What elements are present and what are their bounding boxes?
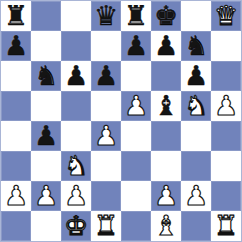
- white-rook-piece[interactable]: ♜: [214, 212, 238, 239]
- square-h1[interactable]: ♜: [211, 211, 241, 241]
- square-d3[interactable]: [91, 151, 121, 181]
- white-pawn-piece[interactable]: ♟: [124, 92, 148, 119]
- square-g7[interactable]: ♞: [181, 31, 211, 61]
- square-c3[interactable]: ♞: [61, 151, 91, 181]
- square-g1[interactable]: [181, 211, 211, 241]
- square-f3[interactable]: [151, 151, 181, 181]
- black-pawn-piece[interactable]: ♟: [124, 32, 148, 59]
- white-pawn-piece[interactable]: ♟: [154, 182, 178, 209]
- white-pawn-piece[interactable]: ♟: [34, 182, 58, 209]
- square-f1[interactable]: ♝: [151, 211, 181, 241]
- square-e8[interactable]: ♜: [121, 1, 151, 31]
- square-e4[interactable]: [121, 121, 151, 151]
- white-rook-piece[interactable]: ♜: [94, 212, 118, 239]
- square-e2[interactable]: [121, 181, 151, 211]
- square-g6[interactable]: ♟: [181, 61, 211, 91]
- square-d7[interactable]: [91, 31, 121, 61]
- black-king-piece[interactable]: ♚: [154, 2, 178, 29]
- square-b3[interactable]: [31, 151, 61, 181]
- black-pawn-piece[interactable]: ♟: [94, 62, 118, 89]
- black-queen-piece[interactable]: ♛: [94, 2, 118, 29]
- square-a5[interactable]: [1, 91, 31, 121]
- square-b1[interactable]: [31, 211, 61, 241]
- square-f7[interactable]: ♟: [151, 31, 181, 61]
- chess-board: ♜♛♜♚♛♟♟♟♞♞♟♟♟♟♝♞♟♟♟♞♟♟♟♟♟♚♜♝♜: [0, 0, 242, 242]
- square-f6[interactable]: [151, 61, 181, 91]
- square-b7[interactable]: [31, 31, 61, 61]
- black-knight-piece[interactable]: ♞: [34, 62, 58, 89]
- square-c1[interactable]: ♚: [61, 211, 91, 241]
- white-pawn-piece[interactable]: ♟: [64, 182, 88, 209]
- square-c2[interactable]: ♟: [61, 181, 91, 211]
- square-g2[interactable]: ♟: [181, 181, 211, 211]
- square-d8[interactable]: ♛: [91, 1, 121, 31]
- square-e5[interactable]: ♟: [121, 91, 151, 121]
- square-f4[interactable]: [151, 121, 181, 151]
- square-d1[interactable]: ♜: [91, 211, 121, 241]
- black-pawn-piece[interactable]: ♟: [34, 122, 58, 149]
- square-e1[interactable]: [121, 211, 151, 241]
- white-pawn-piece[interactable]: ♟: [4, 182, 28, 209]
- square-h3[interactable]: [211, 151, 241, 181]
- square-g8[interactable]: [181, 1, 211, 31]
- square-e7[interactable]: ♟: [121, 31, 151, 61]
- black-pawn-piece[interactable]: ♟: [184, 62, 208, 89]
- white-king-piece[interactable]: ♚: [64, 212, 88, 239]
- black-pawn-piece[interactable]: ♟: [64, 62, 88, 89]
- square-a8[interactable]: ♜: [1, 1, 31, 31]
- square-e6[interactable]: [121, 61, 151, 91]
- square-f8[interactable]: ♚: [151, 1, 181, 31]
- black-bishop-piece[interactable]: ♝: [154, 92, 178, 119]
- square-c8[interactable]: [61, 1, 91, 31]
- square-a2[interactable]: ♟: [1, 181, 31, 211]
- square-a4[interactable]: [1, 121, 31, 151]
- square-d4[interactable]: ♟: [91, 121, 121, 151]
- square-h7[interactable]: [211, 31, 241, 61]
- square-b5[interactable]: [31, 91, 61, 121]
- square-b4[interactable]: ♟: [31, 121, 61, 151]
- square-d6[interactable]: ♟: [91, 61, 121, 91]
- white-queen-piece[interactable]: ♛: [214, 2, 238, 29]
- square-e3[interactable]: [121, 151, 151, 181]
- white-pawn-piece[interactable]: ♟: [184, 182, 208, 209]
- square-h5[interactable]: ♟: [211, 91, 241, 121]
- square-b8[interactable]: [31, 1, 61, 31]
- square-a7[interactable]: ♟: [1, 31, 31, 61]
- square-b6[interactable]: ♞: [31, 61, 61, 91]
- square-d2[interactable]: [91, 181, 121, 211]
- black-knight-piece[interactable]: ♞: [184, 32, 208, 59]
- square-h8[interactable]: ♛: [211, 1, 241, 31]
- white-knight-piece[interactable]: ♞: [64, 152, 88, 179]
- square-f2[interactable]: ♟: [151, 181, 181, 211]
- square-f5[interactable]: ♝: [151, 91, 181, 121]
- square-g5[interactable]: ♞: [181, 91, 211, 121]
- square-d5[interactable]: [91, 91, 121, 121]
- white-knight-piece[interactable]: ♞: [184, 92, 208, 119]
- black-rook-piece[interactable]: ♜: [124, 2, 148, 29]
- square-c4[interactable]: [61, 121, 91, 151]
- square-c6[interactable]: ♟: [61, 61, 91, 91]
- square-c7[interactable]: [61, 31, 91, 61]
- square-h6[interactable]: [211, 61, 241, 91]
- black-pawn-piece[interactable]: ♟: [4, 32, 28, 59]
- black-rook-piece[interactable]: ♜: [4, 2, 28, 29]
- white-bishop-piece[interactable]: ♝: [154, 212, 178, 239]
- square-a1[interactable]: [1, 211, 31, 241]
- white-pawn-piece[interactable]: ♟: [94, 122, 118, 149]
- square-h4[interactable]: [211, 121, 241, 151]
- square-a3[interactable]: [1, 151, 31, 181]
- square-a6[interactable]: [1, 61, 31, 91]
- square-c5[interactable]: [61, 91, 91, 121]
- square-h2[interactable]: [211, 181, 241, 211]
- square-g3[interactable]: [181, 151, 211, 181]
- black-pawn-piece[interactable]: ♟: [154, 32, 178, 59]
- square-b2[interactable]: ♟: [31, 181, 61, 211]
- white-pawn-piece[interactable]: ♟: [214, 92, 238, 119]
- square-g4[interactable]: [181, 121, 211, 151]
